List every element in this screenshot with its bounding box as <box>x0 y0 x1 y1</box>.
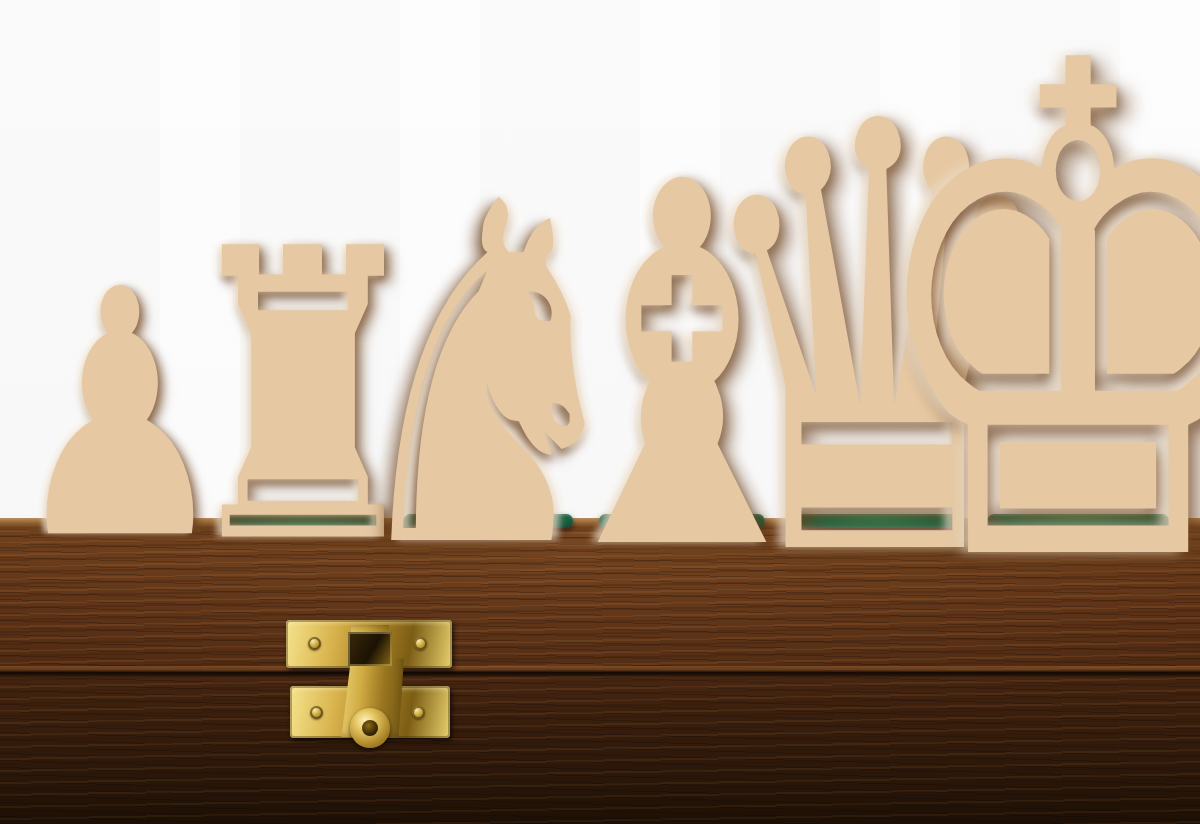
latch-knob-hole <box>362 720 378 736</box>
chess-set-photo: ♟ ♜ ♞ ♝ ♛ ♚ <box>0 0 1200 824</box>
latch-screw <box>412 706 425 719</box>
piece-king: ♚ <box>773 0 1200 528</box>
king-glyph: ♚ <box>859 0 1200 657</box>
latch-knob <box>350 708 390 748</box>
latch-screw <box>310 706 323 719</box>
latch-screw <box>308 637 321 650</box>
